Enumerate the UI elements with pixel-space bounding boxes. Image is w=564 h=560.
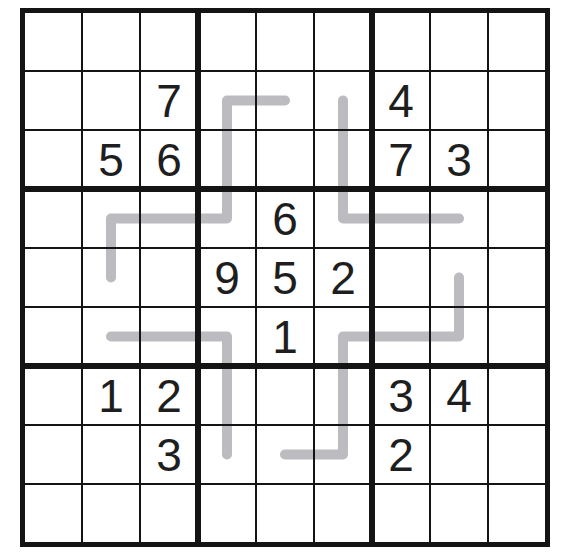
cell-r7c3[interactable]: 2 [141,367,199,426]
cell-r4c4[interactable] [199,190,257,249]
cell-r8c2[interactable] [83,426,141,485]
cell-r6c7[interactable] [373,308,431,367]
cell-r2c8[interactable] [431,72,489,131]
sudoku-board: 74567369521123432 [20,8,550,547]
cell-r8c7[interactable]: 2 [373,426,431,485]
cell-r5c7[interactable] [373,249,431,308]
cell-r1c7[interactable] [373,13,431,72]
cell-r1c2[interactable] [83,13,141,72]
cell-r8c3[interactable]: 3 [141,426,199,485]
cell-r2c2[interactable] [83,72,141,131]
cell-r7c6[interactable] [315,367,373,426]
cell-r7c5[interactable] [257,367,315,426]
cell-r2c1[interactable] [25,72,83,131]
cell-r2c5[interactable] [257,72,315,131]
cell-r1c8[interactable] [431,13,489,72]
cell-r5c9[interactable] [489,249,545,308]
cell-r8c6[interactable] [315,426,373,485]
cell-r9c4[interactable] [199,485,257,542]
cell-r4c9[interactable] [489,190,545,249]
puzzle-page: 74567369521123432 [0,0,564,560]
cell-r7c2[interactable]: 1 [83,367,141,426]
cell-r1c9[interactable] [489,13,545,72]
cell-r3c8[interactable]: 3 [431,131,489,190]
cell-r5c4[interactable]: 9 [199,249,257,308]
cell-r3c1[interactable] [25,131,83,190]
cell-r3c4[interactable] [199,131,257,190]
cell-r7c7[interactable]: 3 [373,367,431,426]
cell-r5c3[interactable] [141,249,199,308]
cell-r9c6[interactable] [315,485,373,542]
cell-r5c8[interactable] [431,249,489,308]
cell-r9c5[interactable] [257,485,315,542]
cell-r9c7[interactable] [373,485,431,542]
cell-r8c1[interactable] [25,426,83,485]
cell-r4c1[interactable] [25,190,83,249]
cell-r6c9[interactable] [489,308,545,367]
cell-r1c4[interactable] [199,13,257,72]
cell-r7c8[interactable]: 4 [431,367,489,426]
cell-r3c7[interactable]: 7 [373,131,431,190]
cell-r9c1[interactable] [25,485,83,542]
cell-r9c2[interactable] [83,485,141,542]
cell-r4c5[interactable]: 6 [257,190,315,249]
cell-r7c1[interactable] [25,367,83,426]
cell-r3c6[interactable] [315,131,373,190]
cell-r1c6[interactable] [315,13,373,72]
cell-r3c3[interactable]: 6 [141,131,199,190]
cell-r1c3[interactable] [141,13,199,72]
cell-r9c3[interactable] [141,485,199,542]
cell-r8c9[interactable] [489,426,545,485]
cell-r3c2[interactable]: 5 [83,131,141,190]
cell-r9c9[interactable] [489,485,545,542]
cell-r4c2[interactable] [83,190,141,249]
cell-r2c6[interactable] [315,72,373,131]
cell-r8c4[interactable] [199,426,257,485]
cell-r6c2[interactable] [83,308,141,367]
cell-r5c6[interactable]: 2 [315,249,373,308]
cell-grid: 74567369521123432 [25,13,545,542]
cell-r2c9[interactable] [489,72,545,131]
cell-r9c8[interactable] [431,485,489,542]
cell-r2c7[interactable]: 4 [373,72,431,131]
cell-r6c4[interactable] [199,308,257,367]
cell-r8c8[interactable] [431,426,489,485]
cell-r2c4[interactable] [199,72,257,131]
cell-r5c1[interactable] [25,249,83,308]
cell-r7c4[interactable] [199,367,257,426]
cell-r4c6[interactable] [315,190,373,249]
cell-r6c3[interactable] [141,308,199,367]
cell-r3c9[interactable] [489,131,545,190]
cell-r6c5[interactable]: 1 [257,308,315,367]
cell-r3c5[interactable] [257,131,315,190]
cell-r8c5[interactable] [257,426,315,485]
cell-r4c3[interactable] [141,190,199,249]
cell-r5c5[interactable]: 5 [257,249,315,308]
cell-r2c3[interactable]: 7 [141,72,199,131]
cell-r4c8[interactable] [431,190,489,249]
cell-r4c7[interactable] [373,190,431,249]
cell-r1c5[interactable] [257,13,315,72]
cell-r1c1[interactable] [25,13,83,72]
cell-r7c9[interactable] [489,367,545,426]
cell-r6c1[interactable] [25,308,83,367]
cell-r6c6[interactable] [315,308,373,367]
cell-r6c8[interactable] [431,308,489,367]
cell-r5c2[interactable] [83,249,141,308]
